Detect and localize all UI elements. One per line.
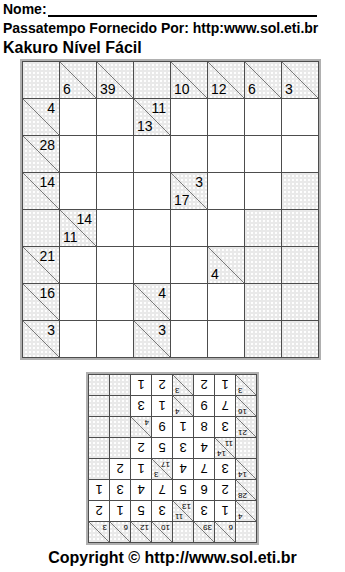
solution-digit: 2 [221, 484, 228, 497]
solution-digit: 6 [200, 484, 207, 497]
kakuro-empty-cell[interactable] [134, 136, 170, 172]
down-clue: 12 [211, 82, 227, 96]
kakuro-worksheet-page: { "game": "kakuro", "header": { "name_la… [0, 0, 345, 572]
puzzle-title: Kakuro Nível Fácil [3, 39, 142, 57]
solution-digit: 1 [116, 505, 123, 518]
kakuro-clue-cell: 6 [215, 522, 235, 542]
down-clue: 13 [182, 502, 191, 510]
kakuro-clue-cell: 317 [152, 459, 172, 479]
kakuro-empty-cell[interactable] [60, 173, 96, 209]
kakuro-empty-cell[interactable] [171, 247, 207, 283]
across-clue: 14 [217, 449, 226, 457]
kakuro-empty-cell[interactable] [97, 99, 133, 135]
kakuro-clue-cell: 6 [245, 62, 281, 98]
kakuro-solved-cell: 3 [215, 417, 235, 437]
kakuro-empty-cell[interactable] [60, 284, 96, 320]
kakuro-clue-cell: 21 [23, 247, 59, 283]
kakuro-solved-cell: 3 [173, 438, 193, 458]
kakuro-empty-cell[interactable] [171, 284, 207, 320]
kakuro-clue-cell: 4 [208, 247, 244, 283]
name-underline[interactable] [48, 3, 317, 17]
kakuro-clue-cell: 4 [173, 396, 193, 416]
kakuro-clue-cell: 1113 [134, 99, 170, 135]
kakuro-solution-grid: 6391012634131113351228265743114374317121… [88, 374, 257, 543]
solution-digit: 3 [221, 463, 228, 476]
kakuro-solved-cell: 4 [194, 438, 214, 458]
kakuro-empty-cell[interactable] [282, 99, 318, 135]
kakuro-solved-cell: 4 [131, 480, 151, 500]
kakuro-block-cell [282, 210, 318, 246]
down-clue: 39 [203, 523, 212, 531]
across-clue: 4 [158, 286, 166, 300]
solution-digit: 4 [179, 463, 186, 476]
kakuro-empty-cell[interactable] [97, 247, 133, 283]
name-row: Nome: [3, 2, 317, 17]
solution-digit: 1 [158, 400, 165, 413]
kakuro-block-cell [173, 522, 193, 542]
across-clue: 28 [238, 491, 247, 499]
kakuro-clue-cell: 12 [131, 522, 151, 542]
solution-digit: 3 [137, 400, 144, 413]
solution-digit: 2 [158, 379, 165, 392]
copyright-text: Copyright © http://www.sol.eti.br [0, 549, 345, 567]
kakuro-solved-cell: 5 [173, 480, 193, 500]
kakuro-clue-cell: 4 [131, 417, 151, 437]
kakuro-solved-cell: 2 [131, 438, 151, 458]
kakuro-empty-cell[interactable] [208, 284, 244, 320]
kakuro-clue-cell: 3 [89, 522, 109, 542]
across-clue: 3 [175, 386, 179, 394]
kakuro-solved-cell: 7 [215, 396, 235, 416]
kakuro-clue-cell: 14 [236, 459, 256, 479]
kakuro-empty-cell[interactable] [60, 136, 96, 172]
kakuro-solved-cell: 2 [215, 480, 235, 500]
kakuro-clue-cell: 39 [194, 522, 214, 542]
kakuro-block-cell [236, 522, 256, 542]
down-clue: 17 [174, 193, 190, 207]
across-clue: 28 [39, 138, 55, 152]
solution-digit: 9 [158, 421, 165, 434]
kakuro-empty-cell[interactable] [208, 173, 244, 209]
down-clue: 6 [229, 523, 233, 531]
kakuro-empty-cell[interactable] [97, 210, 133, 246]
kakuro-empty-cell[interactable] [134, 173, 170, 209]
solution-digit: 5 [158, 442, 165, 455]
kakuro-block-cell [110, 375, 130, 395]
solution-digit: 3 [158, 505, 165, 518]
provided-by-text: Passatempo Fornecido Por: http:www.sol.e… [3, 20, 318, 36]
solution-digit: 1 [137, 463, 144, 476]
kakuro-block-cell [89, 438, 109, 458]
solution-digit: 3 [221, 421, 228, 434]
kakuro-clue-cell: 39 [97, 62, 133, 98]
kakuro-solved-cell: 2 [89, 501, 109, 521]
kakuro-empty-cell[interactable] [97, 321, 133, 357]
kakuro-block-cell [89, 459, 109, 479]
down-clue: 4 [211, 267, 219, 281]
kakuro-solved-cell: 3 [194, 501, 214, 521]
solution-digit: 3 [179, 442, 186, 455]
solution-digit: 2 [137, 442, 144, 455]
kakuro-empty-cell[interactable] [134, 210, 170, 246]
kakuro-solved-cell: 5 [131, 501, 151, 521]
solution-digit: 4 [137, 484, 144, 497]
kakuro-block-cell [282, 247, 318, 283]
kakuro-clue-cell: 6 [60, 62, 96, 98]
kakuro-solved-cell: 7 [152, 480, 172, 500]
down-clue: 11 [63, 230, 78, 244]
kakuro-clue-cell: 6 [110, 522, 130, 542]
kakuro-block-cell [245, 284, 281, 320]
kakuro-clue-cell: 3 [173, 375, 193, 395]
kakuro-solved-cell: 1 [131, 375, 151, 395]
kakuro-block-cell [282, 173, 318, 209]
kakuro-block-cell [282, 321, 318, 357]
across-clue: 21 [238, 428, 247, 436]
solution-digit: 2 [116, 463, 123, 476]
down-clue: 3 [285, 82, 293, 96]
kakuro-empty-cell[interactable] [171, 99, 207, 135]
down-clue: 6 [63, 82, 71, 96]
down-clue: 3 [103, 523, 107, 531]
solution-digit: 7 [158, 484, 165, 497]
kakuro-solved-cell: 9 [194, 396, 214, 416]
across-clue: 4 [47, 101, 55, 115]
kakuro-clue-cell: 12 [208, 62, 244, 98]
across-clue: 16 [238, 407, 247, 415]
across-clue: 3 [195, 175, 203, 189]
kakuro-block-cell [282, 284, 318, 320]
kakuro-solved-cell: 1 [173, 417, 193, 437]
solution-digit: 3 [116, 484, 123, 497]
kakuro-block-cell [245, 210, 281, 246]
down-clue: 10 [161, 523, 170, 531]
kakuro-solved-cell: 9 [152, 417, 172, 437]
kakuro-empty-cell[interactable] [171, 210, 207, 246]
solution-digit: 9 [200, 400, 207, 413]
kakuro-empty-cell[interactable] [60, 321, 96, 357]
solution-digit: 7 [200, 463, 207, 476]
kakuro-clue-cell: 4 [134, 284, 170, 320]
kakuro-empty-cell[interactable] [97, 173, 133, 209]
across-clue: 16 [39, 286, 55, 300]
kakuro-empty-cell[interactable] [171, 321, 207, 357]
down-clue: 12 [140, 523, 149, 531]
kakuro-solved-cell: 1 [131, 459, 151, 479]
kakuro-solved-cell: 2 [194, 375, 214, 395]
kakuro-solved-cell: 5 [152, 438, 172, 458]
kakuro-block-cell [245, 247, 281, 283]
kakuro-clue-cell: 28 [23, 136, 59, 172]
kakuro-empty-cell[interactable] [97, 136, 133, 172]
kakuro-clue-cell: 28 [236, 480, 256, 500]
kakuro-clue-cell: 3 [134, 321, 170, 357]
kakuro-clue-cell: 1411 [60, 210, 96, 246]
across-clue: 11 [175, 512, 183, 520]
kakuro-solved-cell: 4 [173, 459, 193, 479]
kakuro-clue-cell: 3 [236, 375, 256, 395]
kakuro-empty-cell[interactable] [97, 284, 133, 320]
kakuro-empty-cell[interactable] [60, 99, 96, 135]
across-clue: 3 [158, 323, 166, 337]
across-clue: 14 [238, 470, 247, 478]
solution-digit: 5 [179, 484, 186, 497]
kakuro-clue-cell: 10 [171, 62, 207, 98]
kakuro-solved-cell: 2 [152, 375, 172, 395]
kakuro-solved-cell: 8 [194, 417, 214, 437]
solution-digit: 2 [200, 379, 207, 392]
across-clue: 3 [154, 470, 158, 478]
across-clue: 11 [151, 101, 166, 115]
kakuro-block-cell [89, 417, 109, 437]
across-clue: 4 [238, 512, 242, 520]
kakuro-solved-cell: 1 [152, 396, 172, 416]
kakuro-solved-cell: 1 [89, 480, 109, 500]
kakuro-clue-cell: 1411 [215, 438, 235, 458]
kakuro-clue-cell: 1113 [173, 501, 193, 521]
kakuro-clue-cell: 317 [171, 173, 207, 209]
solution-digit: 8 [200, 421, 207, 434]
kakuro-block-cell [23, 210, 59, 246]
kakuro-clue-cell: 4 [236, 501, 256, 521]
kakuro-empty-cell[interactable] [208, 99, 244, 135]
kakuro-clue-cell: 16 [236, 396, 256, 416]
kakuro-solved-cell: 3 [215, 459, 235, 479]
down-clue: 39 [100, 82, 116, 96]
across-clue: 4 [175, 407, 179, 415]
kakuro-empty-cell[interactable] [208, 210, 244, 246]
kakuro-block-cell [236, 438, 256, 458]
kakuro-block-cell [110, 396, 130, 416]
kakuro-block-cell [245, 321, 281, 357]
kakuro-empty-cell[interactable] [245, 99, 281, 135]
kakuro-clue-cell: 3 [23, 321, 59, 357]
kakuro-clue-cell: 16 [23, 284, 59, 320]
down-clue: 13 [137, 119, 153, 133]
down-clue: 17 [161, 460, 170, 468]
down-clue: 10 [174, 82, 190, 96]
kakuro-empty-cell[interactable] [208, 136, 244, 172]
solution-digit: 1 [95, 484, 102, 497]
kakuro-empty-cell[interactable] [282, 136, 318, 172]
kakuro-solved-cell: 7 [194, 459, 214, 479]
kakuro-empty-cell[interactable] [245, 173, 281, 209]
across-clue: 14 [76, 212, 92, 226]
kakuro-block-cell [110, 438, 130, 458]
kakuro-solved-cell: 3 [110, 480, 130, 500]
kakuro-empty-cell[interactable] [60, 247, 96, 283]
solution-digit: 4 [200, 442, 207, 455]
down-clue: 6 [248, 82, 256, 96]
kakuro-empty-cell[interactable] [134, 247, 170, 283]
across-clue: 21 [39, 249, 55, 263]
kakuro-solved-cell: 3 [152, 501, 172, 521]
kakuro-clue-cell: 4 [23, 99, 59, 135]
kakuro-block-cell [110, 417, 130, 437]
kakuro-empty-cell[interactable] [245, 136, 281, 172]
solution-digit: 7 [221, 400, 228, 413]
kakuro-solved-cell: 6 [194, 480, 214, 500]
kakuro-empty-cell[interactable] [171, 136, 207, 172]
kakuro-block-cell [89, 375, 109, 395]
kakuro-solved-cell: 2 [110, 459, 130, 479]
kakuro-puzzle-grid: 639101263411132814317141121416433 [22, 61, 319, 358]
kakuro-clue-cell: 10 [152, 522, 172, 542]
across-clue: 14 [39, 175, 55, 189]
solution-digit: 1 [137, 379, 144, 392]
kakuro-clue-cell: 14 [23, 173, 59, 209]
solution-digit: 2 [95, 505, 102, 518]
solution-digit: 1 [221, 505, 228, 518]
kakuro-solved-cell: 3 [131, 396, 151, 416]
solution-digit: 5 [137, 505, 144, 518]
solution-digit: 1 [221, 379, 228, 392]
down-clue: 4 [145, 418, 149, 426]
kakuro-solved-cell: 1 [215, 501, 235, 521]
kakuro-solved-cell: 1 [215, 375, 235, 395]
kakuro-clue-cell: 3 [282, 62, 318, 98]
kakuro-block-cell [89, 396, 109, 416]
kakuro-block-cell [134, 62, 170, 98]
kakuro-solved-cell: 1 [110, 501, 130, 521]
down-clue: 6 [124, 523, 128, 531]
solution-digit: 1 [179, 421, 186, 434]
name-label: Nome: [3, 2, 47, 17]
solution-digit: 3 [200, 505, 207, 518]
kakuro-empty-cell[interactable] [208, 321, 244, 357]
across-clue: 3 [238, 386, 242, 394]
kakuro-block-cell [23, 62, 59, 98]
down-clue: 11 [225, 439, 233, 447]
across-clue: 3 [47, 323, 55, 337]
kakuro-clue-cell: 21 [236, 417, 256, 437]
